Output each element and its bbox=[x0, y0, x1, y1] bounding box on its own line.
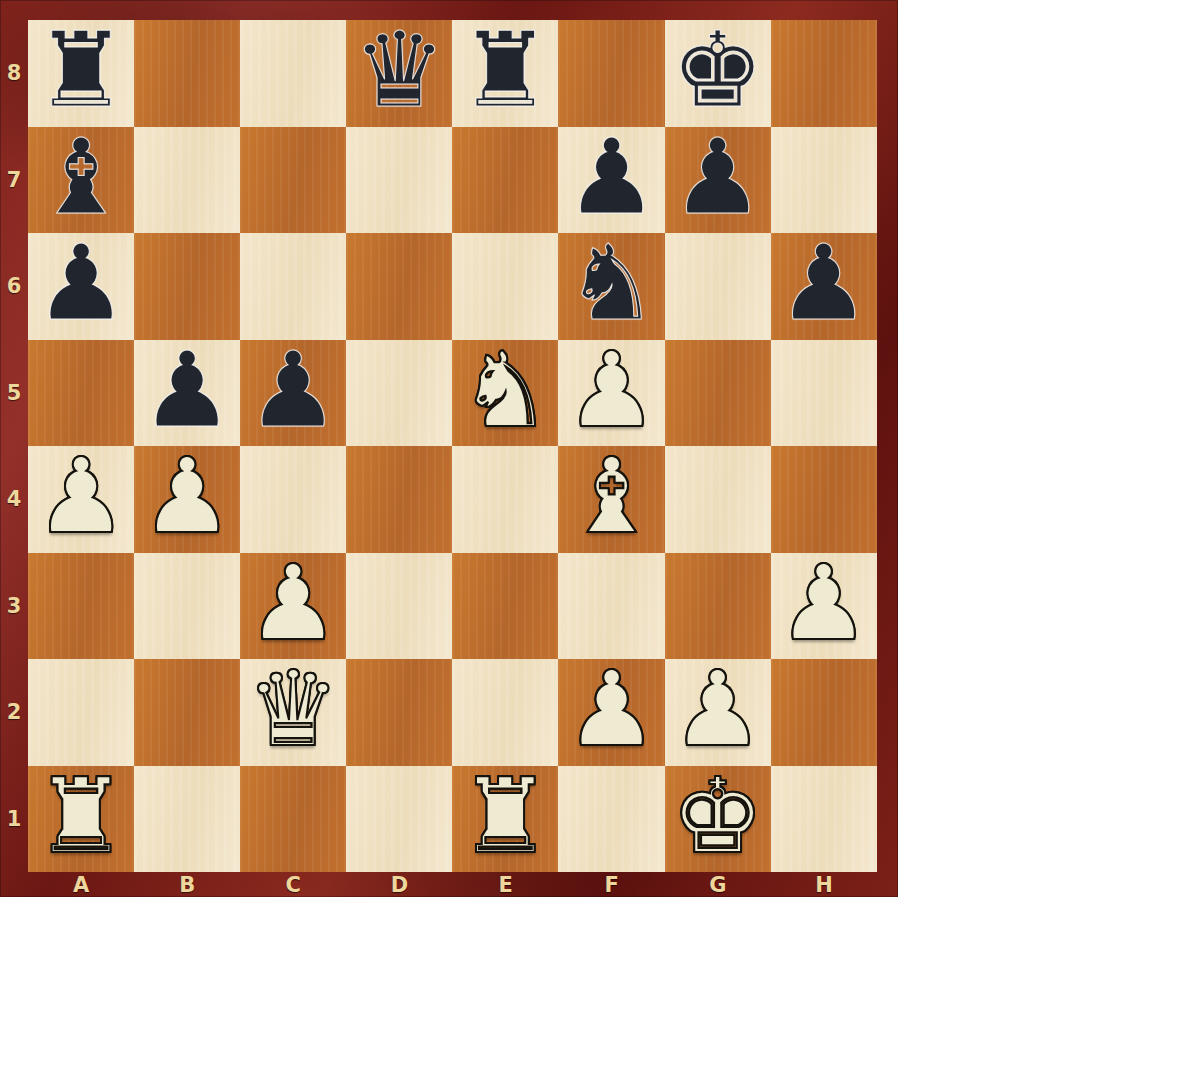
piece-white-pawn[interactable]: ♟ bbox=[671, 656, 764, 763]
square-b4[interactable]: ♟ bbox=[134, 446, 240, 553]
square-e5[interactable]: ♞ bbox=[452, 340, 558, 447]
square-c4[interactable] bbox=[240, 446, 346, 553]
square-d5[interactable] bbox=[346, 340, 452, 447]
square-e6[interactable] bbox=[452, 233, 558, 340]
square-c6[interactable] bbox=[240, 233, 346, 340]
piece-black-pawn[interactable]: ♟ bbox=[141, 337, 234, 444]
square-b8[interactable] bbox=[134, 20, 240, 127]
square-d6[interactable] bbox=[346, 233, 452, 340]
square-d4[interactable] bbox=[346, 446, 452, 553]
square-d2[interactable] bbox=[346, 659, 452, 766]
square-h1[interactable] bbox=[771, 766, 877, 873]
square-g6[interactable] bbox=[665, 233, 771, 340]
piece-black-pawn[interactable]: ♟ bbox=[777, 230, 870, 337]
square-c1[interactable] bbox=[240, 766, 346, 873]
square-f8[interactable] bbox=[558, 20, 664, 127]
square-f7[interactable]: ♟ bbox=[558, 127, 664, 234]
file-label-f: F bbox=[559, 872, 665, 897]
file-label-b: B bbox=[134, 872, 240, 897]
square-g1[interactable]: ♚ bbox=[665, 766, 771, 873]
square-g8[interactable]: ♚ bbox=[665, 20, 771, 127]
piece-black-bishop[interactable]: ♝ bbox=[34, 124, 127, 231]
file-label-g: G bbox=[665, 872, 771, 897]
square-g5[interactable] bbox=[665, 340, 771, 447]
square-c3[interactable]: ♟ bbox=[240, 553, 346, 660]
square-c8[interactable] bbox=[240, 20, 346, 127]
piece-black-pawn[interactable]: ♟ bbox=[671, 124, 764, 231]
square-c5[interactable]: ♟ bbox=[240, 340, 346, 447]
square-f1[interactable] bbox=[558, 766, 664, 873]
square-c7[interactable] bbox=[240, 127, 346, 234]
piece-white-pawn[interactable]: ♟ bbox=[141, 443, 234, 550]
square-a7[interactable]: ♝ bbox=[28, 127, 134, 234]
square-h3[interactable]: ♟ bbox=[771, 553, 877, 660]
square-f6[interactable]: ♞ bbox=[558, 233, 664, 340]
piece-white-bishop[interactable]: ♝ bbox=[565, 443, 658, 550]
rank-label-2: 2 bbox=[0, 659, 28, 766]
piece-white-queen[interactable]: ♛ bbox=[247, 656, 340, 763]
square-d8[interactable]: ♛ bbox=[346, 20, 452, 127]
square-a5[interactable] bbox=[28, 340, 134, 447]
file-label-a: A bbox=[28, 872, 134, 897]
piece-black-knight[interactable]: ♞ bbox=[565, 230, 658, 337]
square-a4[interactable]: ♟ bbox=[28, 446, 134, 553]
rank-label-1: 1 bbox=[0, 766, 28, 873]
file-labels: A B C D E F G H bbox=[28, 872, 877, 897]
square-h6[interactable]: ♟ bbox=[771, 233, 877, 340]
piece-white-rook[interactable]: ♜ bbox=[459, 763, 552, 870]
square-g3[interactable] bbox=[665, 553, 771, 660]
square-d1[interactable] bbox=[346, 766, 452, 873]
square-g4[interactable] bbox=[665, 446, 771, 553]
piece-white-rook[interactable]: ♜ bbox=[34, 763, 127, 870]
square-f4[interactable]: ♝ bbox=[558, 446, 664, 553]
square-h5[interactable] bbox=[771, 340, 877, 447]
rank-label-8: 8 bbox=[0, 20, 28, 127]
square-d3[interactable] bbox=[346, 553, 452, 660]
page-background: 8 7 6 5 4 3 2 1 ♜♛♜♚♝♟♟♟♞♟♟♟♞♟♟♟♝♟♟♛♟♟♜♜… bbox=[0, 0, 1200, 1065]
square-e4[interactable] bbox=[452, 446, 558, 553]
board-grid: ♜♛♜♚♝♟♟♟♞♟♟♟♞♟♟♟♝♟♟♛♟♟♜♜♚ bbox=[28, 20, 877, 872]
square-b1[interactable] bbox=[134, 766, 240, 873]
square-h7[interactable] bbox=[771, 127, 877, 234]
square-a6[interactable]: ♟ bbox=[28, 233, 134, 340]
piece-white-king[interactable]: ♚ bbox=[671, 763, 764, 870]
rank-labels: 8 7 6 5 4 3 2 1 bbox=[0, 20, 28, 872]
square-a8[interactable]: ♜ bbox=[28, 20, 134, 127]
square-a2[interactable] bbox=[28, 659, 134, 766]
rank-label-5: 5 bbox=[0, 340, 28, 447]
rank-label-4: 4 bbox=[0, 446, 28, 553]
piece-black-pawn[interactable]: ♟ bbox=[34, 230, 127, 337]
square-e3[interactable] bbox=[452, 553, 558, 660]
file-label-d: D bbox=[346, 872, 452, 897]
square-f3[interactable] bbox=[558, 553, 664, 660]
file-label-c: C bbox=[240, 872, 346, 897]
file-label-e: E bbox=[453, 872, 559, 897]
file-label-h: H bbox=[771, 872, 877, 897]
square-g7[interactable]: ♟ bbox=[665, 127, 771, 234]
piece-black-king[interactable]: ♚ bbox=[671, 17, 764, 124]
square-e7[interactable] bbox=[452, 127, 558, 234]
chess-board: 8 7 6 5 4 3 2 1 ♜♛♜♚♝♟♟♟♞♟♟♟♞♟♟♟♝♟♟♛♟♟♜♜… bbox=[0, 0, 898, 897]
square-b3[interactable] bbox=[134, 553, 240, 660]
square-c2[interactable]: ♛ bbox=[240, 659, 346, 766]
square-e2[interactable] bbox=[452, 659, 558, 766]
piece-white-pawn[interactable]: ♟ bbox=[565, 656, 658, 763]
square-f2[interactable]: ♟ bbox=[558, 659, 664, 766]
piece-white-knight[interactable]: ♞ bbox=[459, 337, 552, 444]
square-e8[interactable]: ♜ bbox=[452, 20, 558, 127]
piece-white-pawn[interactable]: ♟ bbox=[777, 550, 870, 657]
square-g2[interactable]: ♟ bbox=[665, 659, 771, 766]
piece-white-pawn[interactable]: ♟ bbox=[34, 443, 127, 550]
square-d7[interactable] bbox=[346, 127, 452, 234]
square-b2[interactable] bbox=[134, 659, 240, 766]
rank-label-6: 6 bbox=[0, 233, 28, 340]
square-b7[interactable] bbox=[134, 127, 240, 234]
square-a3[interactable] bbox=[28, 553, 134, 660]
piece-black-queen[interactable]: ♛ bbox=[353, 17, 446, 124]
piece-black-pawn[interactable]: ♟ bbox=[565, 124, 658, 231]
square-h2[interactable] bbox=[771, 659, 877, 766]
square-a1[interactable]: ♜ bbox=[28, 766, 134, 873]
rank-label-3: 3 bbox=[0, 553, 28, 660]
piece-black-rook[interactable]: ♜ bbox=[34, 17, 127, 124]
square-e1[interactable]: ♜ bbox=[452, 766, 558, 873]
square-h4[interactable] bbox=[771, 446, 877, 553]
piece-black-rook[interactable]: ♜ bbox=[459, 17, 552, 124]
piece-black-pawn[interactable]: ♟ bbox=[247, 337, 340, 444]
piece-white-pawn[interactable]: ♟ bbox=[565, 337, 658, 444]
piece-white-pawn[interactable]: ♟ bbox=[247, 550, 340, 657]
square-f5[interactable]: ♟ bbox=[558, 340, 664, 447]
square-b5[interactable]: ♟ bbox=[134, 340, 240, 447]
square-b6[interactable] bbox=[134, 233, 240, 340]
square-h8[interactable] bbox=[771, 20, 877, 127]
rank-label-7: 7 bbox=[0, 127, 28, 234]
